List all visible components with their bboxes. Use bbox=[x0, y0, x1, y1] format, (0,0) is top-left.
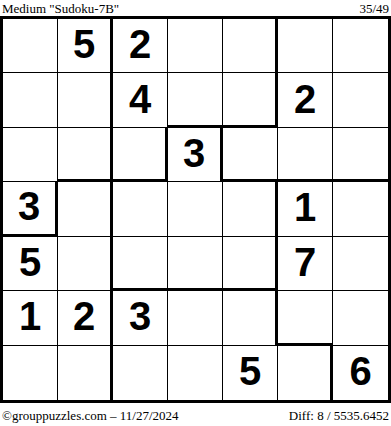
cell-r4c4-empty[interactable] bbox=[168, 182, 223, 236]
cell-r2c4-empty[interactable] bbox=[168, 73, 223, 127]
cell-r5c7-empty[interactable] bbox=[333, 237, 388, 291]
cell-r4c7-empty[interactable] bbox=[333, 182, 388, 236]
cell-r6c6-empty[interactable] bbox=[278, 291, 333, 345]
cell-r6c2-given: 2 bbox=[58, 291, 113, 345]
cell-r4c1-given: 3 bbox=[3, 182, 58, 236]
puzzle-title: Medium "Sudoku-7B" bbox=[2, 2, 119, 15]
cell-r2c1-empty[interactable] bbox=[3, 73, 58, 127]
cell-r3c3-empty[interactable] bbox=[113, 128, 168, 182]
cell-r7c6-empty[interactable] bbox=[278, 346, 333, 400]
cell-r4c6-given: 1 bbox=[278, 182, 333, 236]
cell-r7c4-empty[interactable] bbox=[168, 346, 223, 400]
cells-remaining-counter: 35/49 bbox=[359, 2, 389, 15]
cell-r3c6-empty[interactable] bbox=[278, 128, 333, 182]
cell-r5c2-empty[interactable] bbox=[58, 237, 113, 291]
cell-r1c6-empty[interactable] bbox=[278, 19, 333, 73]
cell-r1c2-given: 5 bbox=[58, 19, 113, 73]
cell-r1c5-empty[interactable] bbox=[223, 19, 278, 73]
cell-r3c1-empty[interactable] bbox=[3, 128, 58, 182]
cell-r2c6-given: 2 bbox=[278, 73, 333, 127]
cell-r6c4-empty[interactable] bbox=[168, 291, 223, 345]
cell-r5c3-empty[interactable] bbox=[113, 237, 168, 291]
cell-r7c2-empty[interactable] bbox=[58, 346, 113, 400]
cell-r2c3-given: 4 bbox=[113, 73, 168, 127]
cell-r5c5-empty[interactable] bbox=[223, 237, 278, 291]
cell-r6c3-given: 3 bbox=[113, 291, 168, 345]
cell-r2c5-empty[interactable] bbox=[223, 73, 278, 127]
cell-r5c6-given: 7 bbox=[278, 237, 333, 291]
page-footer: ©grouppuzzles.com – 11/27/2024 Diff: 8 /… bbox=[0, 403, 391, 426]
cell-r4c2-empty[interactable] bbox=[58, 182, 113, 236]
difficulty-rating: Diff: 8 / 5535.6452 bbox=[289, 409, 389, 422]
cell-r1c1-empty[interactable] bbox=[3, 19, 58, 73]
cell-r5c4-empty[interactable] bbox=[168, 237, 223, 291]
cell-r5c1-given: 5 bbox=[3, 237, 58, 291]
cell-r7c5-given: 5 bbox=[223, 346, 278, 400]
copyright-date: ©grouppuzzles.com – 11/27/2024 bbox=[2, 409, 179, 422]
cell-r4c5-empty[interactable] bbox=[223, 182, 278, 236]
cell-r1c4-empty[interactable] bbox=[168, 19, 223, 73]
cell-r1c3-given: 2 bbox=[113, 19, 168, 73]
cell-r6c1-given: 1 bbox=[3, 291, 58, 345]
cell-r7c1-empty[interactable] bbox=[3, 346, 58, 400]
cell-r7c7-given: 6 bbox=[333, 346, 388, 400]
cell-r2c7-empty[interactable] bbox=[333, 73, 388, 127]
page-header: Medium "Sudoku-7B" 35/49 bbox=[0, 0, 391, 16]
cell-r3c7-empty[interactable] bbox=[333, 128, 388, 182]
cell-r2c2-empty[interactable] bbox=[58, 73, 113, 127]
cell-r3c2-empty[interactable] bbox=[58, 128, 113, 182]
cell-r6c5-empty[interactable] bbox=[223, 291, 278, 345]
cell-r3c4-given: 3 bbox=[168, 128, 223, 182]
cell-r6c7-empty[interactable] bbox=[333, 291, 388, 345]
cell-r7c3-empty[interactable] bbox=[113, 346, 168, 400]
cell-r3c5-empty[interactable] bbox=[223, 128, 278, 182]
cell-r4c3-empty[interactable] bbox=[113, 182, 168, 236]
cell-r1c7-empty[interactable] bbox=[333, 19, 388, 73]
sudoku-grid: 52423315712356 bbox=[0, 16, 391, 403]
